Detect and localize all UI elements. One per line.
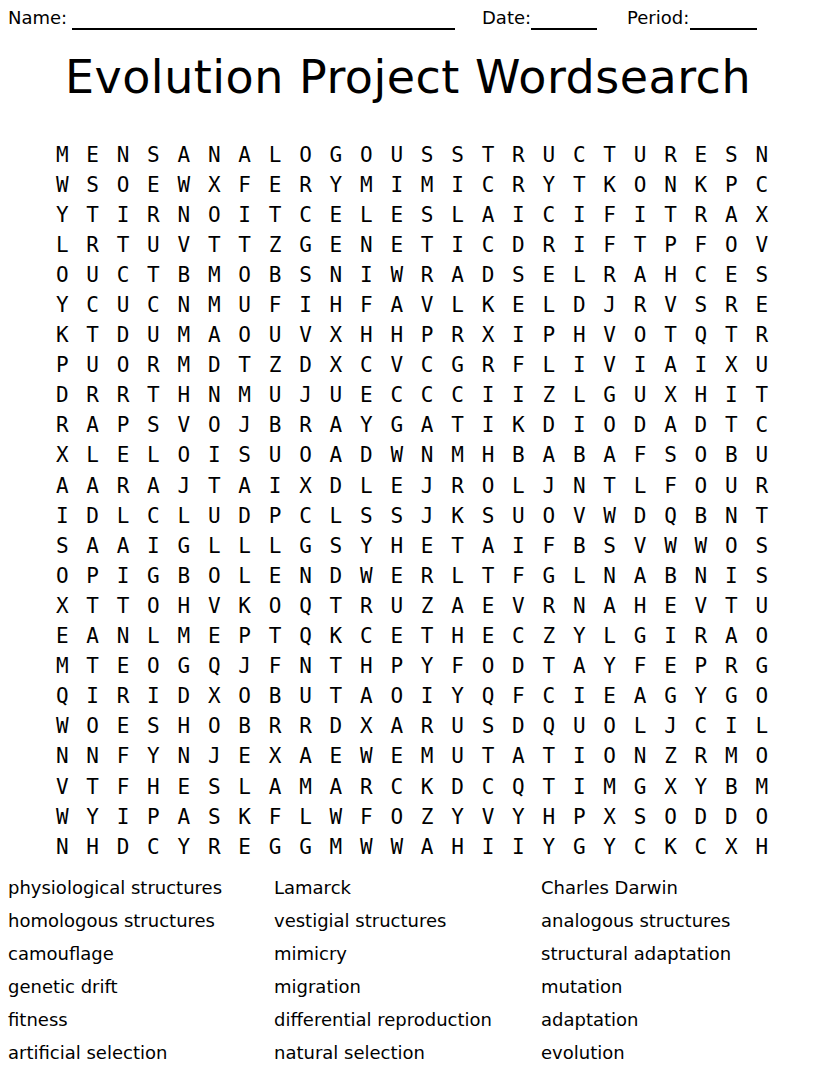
grid-cell-r13c3[interactable]: L <box>108 501 138 531</box>
grid-cell-r15c4[interactable]: G <box>138 561 168 591</box>
grid-cell-r12c7[interactable]: A <box>229 471 259 501</box>
grid-cell-r17c4[interactable]: L <box>138 622 168 652</box>
grid-cell-r13c22[interactable]: B <box>686 501 716 531</box>
grid-cell-r14c9[interactable]: G <box>290 531 320 561</box>
grid-cell-r23c1[interactable]: W <box>47 802 77 832</box>
grid-cell-r14c16[interactable]: I <box>503 531 533 561</box>
grid-cell-r5c5[interactable]: B <box>169 260 199 290</box>
grid-cell-r15c21[interactable]: B <box>655 561 685 591</box>
grid-cell-r3c21[interactable]: T <box>655 200 685 230</box>
grid-cell-r1c21[interactable]: R <box>655 140 685 170</box>
grid-cell-r10c4[interactable]: S <box>138 411 168 441</box>
grid-cell-r17c17[interactable]: Z <box>534 622 564 652</box>
grid-cell-r5c9[interactable]: S <box>290 260 320 290</box>
grid-cell-r16c6[interactable]: V <box>199 591 229 621</box>
grid-cell-r11c14[interactable]: M <box>442 441 472 471</box>
grid-cell-r12c21[interactable]: F <box>655 471 685 501</box>
grid-cell-r10c17[interactable]: D <box>534 411 564 441</box>
grid-cell-r5c6[interactable]: M <box>199 260 229 290</box>
grid-cell-r24c18[interactable]: G <box>564 832 594 862</box>
grid-cell-r11c9[interactable]: O <box>290 441 320 471</box>
grid-cell-r20c15[interactable]: S <box>473 712 503 742</box>
grid-cell-r24c16[interactable]: I <box>503 832 533 862</box>
grid-cell-r15c18[interactable]: L <box>564 561 594 591</box>
grid-cell-r9c13[interactable]: C <box>412 381 442 411</box>
grid-cell-r3c3[interactable]: I <box>108 200 138 230</box>
grid-cell-r18c6[interactable]: Q <box>199 652 229 682</box>
grid-cell-r20c1[interactable]: W <box>47 712 77 742</box>
grid-cell-r9c21[interactable]: X <box>655 381 685 411</box>
grid-cell-r11c7[interactable]: S <box>229 441 259 471</box>
grid-cell-r17c10[interactable]: K <box>321 622 351 652</box>
grid-cell-r6c3[interactable]: U <box>108 290 138 320</box>
grid-cell-r20c19[interactable]: O <box>594 712 624 742</box>
grid-cell-r17c13[interactable]: T <box>412 622 442 652</box>
grid-cell-r3c14[interactable]: L <box>442 200 472 230</box>
grid-cell-r21c17[interactable]: T <box>534 742 564 772</box>
grid-cell-r24c12[interactable]: W <box>382 832 412 862</box>
grid-cell-r19c24[interactable]: O <box>747 682 777 712</box>
grid-cell-r24c23[interactable]: X <box>716 832 746 862</box>
grid-cell-r7c2[interactable]: T <box>77 321 107 351</box>
grid-cell-r17c1[interactable]: E <box>47 622 77 652</box>
grid-cell-r20c2[interactable]: O <box>77 712 107 742</box>
grid-cell-r4c20[interactable]: T <box>625 230 655 260</box>
grid-cell-r6c2[interactable]: C <box>77 290 107 320</box>
grid-cell-r1c8[interactable]: L <box>260 140 290 170</box>
grid-cell-r12c19[interactable]: T <box>594 471 624 501</box>
grid-cell-r16c24[interactable]: U <box>747 591 777 621</box>
grid-cell-r20c9[interactable]: R <box>290 712 320 742</box>
grid-cell-r24c15[interactable]: I <box>473 832 503 862</box>
grid-cell-r15c17[interactable]: G <box>534 561 564 591</box>
grid-cell-r2c10[interactable]: Y <box>321 170 351 200</box>
grid-cell-r18c20[interactable]: F <box>625 652 655 682</box>
grid-cell-r15c3[interactable]: I <box>108 561 138 591</box>
grid-cell-r22c15[interactable]: C <box>473 772 503 802</box>
grid-cell-r6c23[interactable]: R <box>716 290 746 320</box>
grid-cell-r19c16[interactable]: F <box>503 682 533 712</box>
grid-cell-r3c20[interactable]: I <box>625 200 655 230</box>
grid-cell-r4c17[interactable]: R <box>534 230 564 260</box>
grid-cell-r18c3[interactable]: E <box>108 652 138 682</box>
grid-cell-r13c14[interactable]: K <box>442 501 472 531</box>
grid-cell-r13c20[interactable]: D <box>625 501 655 531</box>
grid-cell-r10c21[interactable]: A <box>655 411 685 441</box>
grid-cell-r24c8[interactable]: G <box>260 832 290 862</box>
grid-cell-r10c11[interactable]: Y <box>351 411 381 441</box>
grid-cell-r15c23[interactable]: I <box>716 561 746 591</box>
grid-cell-r20c20[interactable]: L <box>625 712 655 742</box>
grid-cell-r5c15[interactable]: D <box>473 260 503 290</box>
grid-cell-r6c1[interactable]: Y <box>47 290 77 320</box>
grid-cell-r8c9[interactable]: D <box>290 351 320 381</box>
grid-cell-r1c24[interactable]: N <box>747 140 777 170</box>
grid-cell-r24c21[interactable]: K <box>655 832 685 862</box>
grid-cell-r12c16[interactable]: L <box>503 471 533 501</box>
grid-cell-r9c24[interactable]: T <box>747 381 777 411</box>
grid-cell-r16c14[interactable]: A <box>442 591 472 621</box>
grid-cell-r17c15[interactable]: E <box>473 622 503 652</box>
grid-cell-r16c11[interactable]: R <box>351 591 381 621</box>
grid-cell-r21c3[interactable]: F <box>108 742 138 772</box>
grid-cell-r5c10[interactable]: N <box>321 260 351 290</box>
grid-cell-r11c24[interactable]: U <box>747 441 777 471</box>
grid-cell-r8c10[interactable]: X <box>321 351 351 381</box>
grid-cell-r6c14[interactable]: L <box>442 290 472 320</box>
grid-cell-r10c15[interactable]: I <box>473 411 503 441</box>
grid-cell-r16c19[interactable]: A <box>594 591 624 621</box>
grid-cell-r18c8[interactable]: F <box>260 652 290 682</box>
grid-cell-r2c16[interactable]: R <box>503 170 533 200</box>
grid-cell-r7c13[interactable]: P <box>412 321 442 351</box>
grid-cell-r5c21[interactable]: H <box>655 260 685 290</box>
grid-cell-r8c22[interactable]: I <box>686 351 716 381</box>
grid-cell-r23c2[interactable]: Y <box>77 802 107 832</box>
grid-cell-r10c9[interactable]: R <box>290 411 320 441</box>
grid-cell-r17c18[interactable]: Y <box>564 622 594 652</box>
grid-cell-r8c15[interactable]: R <box>473 351 503 381</box>
grid-cell-r4c19[interactable]: F <box>594 230 624 260</box>
grid-cell-r9c6[interactable]: N <box>199 381 229 411</box>
grid-cell-r7c14[interactable]: R <box>442 321 472 351</box>
grid-cell-r10c8[interactable]: B <box>260 411 290 441</box>
grid-cell-r16c8[interactable]: O <box>260 591 290 621</box>
grid-cell-r6c18[interactable]: D <box>564 290 594 320</box>
grid-cell-r18c4[interactable]: O <box>138 652 168 682</box>
grid-cell-r21c14[interactable]: U <box>442 742 472 772</box>
grid-cell-r21c24[interactable]: O <box>747 742 777 772</box>
grid-cell-r4c24[interactable]: V <box>747 230 777 260</box>
grid-cell-r17c19[interactable]: L <box>594 622 624 652</box>
grid-cell-r13c11[interactable]: S <box>351 501 381 531</box>
grid-cell-r21c16[interactable]: A <box>503 742 533 772</box>
grid-cell-r18c5[interactable]: G <box>169 652 199 682</box>
grid-cell-r21c19[interactable]: O <box>594 742 624 772</box>
grid-cell-r22c18[interactable]: I <box>564 772 594 802</box>
grid-cell-r15c1[interactable]: O <box>47 561 77 591</box>
grid-cell-r14c8[interactable]: L <box>260 531 290 561</box>
grid-cell-r5c20[interactable]: A <box>625 260 655 290</box>
grid-cell-r9c18[interactable]: L <box>564 381 594 411</box>
grid-cell-r14c22[interactable]: W <box>686 531 716 561</box>
grid-cell-r7c6[interactable]: A <box>199 321 229 351</box>
grid-cell-r20c6[interactable]: O <box>199 712 229 742</box>
grid-cell-r12c10[interactable]: D <box>321 471 351 501</box>
grid-cell-r20c4[interactable]: S <box>138 712 168 742</box>
grid-cell-r3c22[interactable]: R <box>686 200 716 230</box>
grid-cell-r12c20[interactable]: L <box>625 471 655 501</box>
grid-cell-r12c23[interactable]: U <box>716 471 746 501</box>
grid-cell-r23c7[interactable]: K <box>229 802 259 832</box>
grid-cell-r24c4[interactable]: C <box>138 832 168 862</box>
grid-cell-r14c23[interactable]: O <box>716 531 746 561</box>
grid-cell-r17c24[interactable]: O <box>747 622 777 652</box>
grid-cell-r11c23[interactable]: B <box>716 441 746 471</box>
grid-cell-r20c8[interactable]: R <box>260 712 290 742</box>
grid-cell-r22c24[interactable]: M <box>747 772 777 802</box>
grid-cell-r16c17[interactable]: R <box>534 591 564 621</box>
grid-cell-r19c4[interactable]: I <box>138 682 168 712</box>
grid-cell-r3c19[interactable]: F <box>594 200 624 230</box>
grid-cell-r24c20[interactable]: C <box>625 832 655 862</box>
grid-cell-r13c17[interactable]: O <box>534 501 564 531</box>
grid-cell-r22c5[interactable]: E <box>169 772 199 802</box>
grid-cell-r17c5[interactable]: M <box>169 622 199 652</box>
grid-cell-r1c23[interactable]: S <box>716 140 746 170</box>
grid-cell-r22c2[interactable]: T <box>77 772 107 802</box>
grid-cell-r12c6[interactable]: T <box>199 471 229 501</box>
grid-cell-r10c5[interactable]: V <box>169 411 199 441</box>
grid-cell-r21c5[interactable]: N <box>169 742 199 772</box>
grid-cell-r2c5[interactable]: W <box>169 170 199 200</box>
grid-cell-r16c1[interactable]: X <box>47 591 77 621</box>
grid-cell-r17c9[interactable]: Q <box>290 622 320 652</box>
grid-cell-r5c24[interactable]: S <box>747 260 777 290</box>
grid-cell-r9c23[interactable]: I <box>716 381 746 411</box>
grid-cell-r20c23[interactable]: I <box>716 712 746 742</box>
grid-cell-r10c14[interactable]: T <box>442 411 472 441</box>
grid-cell-r10c12[interactable]: G <box>382 411 412 441</box>
grid-cell-r9c19[interactable]: G <box>594 381 624 411</box>
grid-cell-r19c9[interactable]: U <box>290 682 320 712</box>
grid-cell-r21c6[interactable]: J <box>199 742 229 772</box>
grid-cell-r22c21[interactable]: X <box>655 772 685 802</box>
grid-cell-r18c16[interactable]: D <box>503 652 533 682</box>
grid-cell-r4c3[interactable]: T <box>108 230 138 260</box>
grid-cell-r14c19[interactable]: S <box>594 531 624 561</box>
grid-cell-r21c13[interactable]: M <box>412 742 442 772</box>
grid-cell-r23c4[interactable]: P <box>138 802 168 832</box>
grid-cell-r2c11[interactable]: M <box>351 170 381 200</box>
grid-cell-r7c11[interactable]: H <box>351 321 381 351</box>
grid-cell-r20c10[interactable]: D <box>321 712 351 742</box>
grid-cell-r2c6[interactable]: X <box>199 170 229 200</box>
grid-cell-r23c15[interactable]: V <box>473 802 503 832</box>
grid-cell-r24c3[interactable]: D <box>108 832 138 862</box>
grid-cell-r20c16[interactable]: D <box>503 712 533 742</box>
grid-cell-r18c13[interactable]: Y <box>412 652 442 682</box>
grid-cell-r23c23[interactable]: D <box>716 802 746 832</box>
grid-cell-r19c5[interactable]: D <box>169 682 199 712</box>
grid-cell-r1c1[interactable]: M <box>47 140 77 170</box>
grid-cell-r10c20[interactable]: D <box>625 411 655 441</box>
grid-cell-r5c18[interactable]: L <box>564 260 594 290</box>
grid-cell-r11c19[interactable]: A <box>594 441 624 471</box>
grid-cell-r5c1[interactable]: O <box>47 260 77 290</box>
grid-cell-r16c9[interactable]: Q <box>290 591 320 621</box>
grid-cell-r5c11[interactable]: I <box>351 260 381 290</box>
grid-cell-r23c12[interactable]: O <box>382 802 412 832</box>
grid-cell-r3c9[interactable]: C <box>290 200 320 230</box>
grid-cell-r20c14[interactable]: U <box>442 712 472 742</box>
grid-cell-r2c2[interactable]: S <box>77 170 107 200</box>
grid-cell-r8c7[interactable]: T <box>229 351 259 381</box>
grid-cell-r23c9[interactable]: L <box>290 802 320 832</box>
grid-cell-r1c9[interactable]: O <box>290 140 320 170</box>
grid-cell-r3c6[interactable]: O <box>199 200 229 230</box>
grid-cell-r15c2[interactable]: P <box>77 561 107 591</box>
grid-cell-r22c10[interactable]: A <box>321 772 351 802</box>
grid-cell-r12c13[interactable]: J <box>412 471 442 501</box>
grid-cell-r19c22[interactable]: Y <box>686 682 716 712</box>
grid-cell-r24c1[interactable]: N <box>47 832 77 862</box>
grid-cell-r11c8[interactable]: U <box>260 441 290 471</box>
grid-cell-r9c17[interactable]: Z <box>534 381 564 411</box>
grid-cell-r2c19[interactable]: K <box>594 170 624 200</box>
grid-cell-r14c5[interactable]: G <box>169 531 199 561</box>
grid-cell-r1c10[interactable]: G <box>321 140 351 170</box>
grid-cell-r4c16[interactable]: D <box>503 230 533 260</box>
grid-cell-r15c6[interactable]: O <box>199 561 229 591</box>
grid-cell-r5c14[interactable]: A <box>442 260 472 290</box>
grid-cell-r13c9[interactable]: C <box>290 501 320 531</box>
grid-cell-r15c10[interactable]: D <box>321 561 351 591</box>
grid-cell-r5c16[interactable]: S <box>503 260 533 290</box>
grid-cell-r14c17[interactable]: F <box>534 531 564 561</box>
grid-cell-r6c8[interactable]: F <box>260 290 290 320</box>
grid-cell-r5c7[interactable]: O <box>229 260 259 290</box>
grid-cell-r21c7[interactable]: E <box>229 742 259 772</box>
grid-cell-r10c1[interactable]: R <box>47 411 77 441</box>
grid-cell-r22c12[interactable]: C <box>382 772 412 802</box>
grid-cell-r11c11[interactable]: D <box>351 441 381 471</box>
grid-cell-r9c3[interactable]: R <box>108 381 138 411</box>
grid-cell-r9c7[interactable]: M <box>229 381 259 411</box>
grid-cell-r17c20[interactable]: G <box>625 622 655 652</box>
grid-cell-r18c9[interactable]: N <box>290 652 320 682</box>
grid-cell-r10c22[interactable]: D <box>686 411 716 441</box>
grid-cell-r2c24[interactable]: C <box>747 170 777 200</box>
grid-cell-r3c10[interactable]: E <box>321 200 351 230</box>
grid-cell-r17c7[interactable]: P <box>229 622 259 652</box>
grid-cell-r9c14[interactable]: C <box>442 381 472 411</box>
grid-cell-r8c3[interactable]: O <box>108 351 138 381</box>
grid-cell-r7c8[interactable]: U <box>260 321 290 351</box>
grid-cell-r6c24[interactable]: E <box>747 290 777 320</box>
grid-cell-r24c2[interactable]: H <box>77 832 107 862</box>
grid-cell-r2c13[interactable]: M <box>412 170 442 200</box>
grid-cell-r11c20[interactable]: F <box>625 441 655 471</box>
grid-cell-r1c11[interactable]: O <box>351 140 381 170</box>
grid-cell-r6c19[interactable]: J <box>594 290 624 320</box>
grid-cell-r12c12[interactable]: E <box>382 471 412 501</box>
grid-cell-r9c2[interactable]: R <box>77 381 107 411</box>
grid-cell-r17c8[interactable]: T <box>260 622 290 652</box>
grid-cell-r4c11[interactable]: N <box>351 230 381 260</box>
grid-cell-r8c24[interactable]: U <box>747 351 777 381</box>
grid-cell-r23c22[interactable]: D <box>686 802 716 832</box>
grid-cell-r10c13[interactable]: A <box>412 411 442 441</box>
grid-cell-r14c10[interactable]: S <box>321 531 351 561</box>
grid-cell-r1c19[interactable]: T <box>594 140 624 170</box>
grid-cell-r8c12[interactable]: V <box>382 351 412 381</box>
grid-cell-r13c24[interactable]: T <box>747 501 777 531</box>
grid-cell-r7c5[interactable]: M <box>169 321 199 351</box>
grid-cell-r20c7[interactable]: B <box>229 712 259 742</box>
grid-cell-r20c5[interactable]: H <box>169 712 199 742</box>
grid-cell-r10c3[interactable]: P <box>108 411 138 441</box>
grid-cell-r1c18[interactable]: C <box>564 140 594 170</box>
grid-cell-r12c22[interactable]: O <box>686 471 716 501</box>
grid-cell-r11c16[interactable]: B <box>503 441 533 471</box>
grid-cell-r11c5[interactable]: O <box>169 441 199 471</box>
grid-cell-r1c3[interactable]: N <box>108 140 138 170</box>
grid-cell-r17c23[interactable]: A <box>716 622 746 652</box>
grid-cell-r24c11[interactable]: W <box>351 832 381 862</box>
grid-cell-r19c1[interactable]: Q <box>47 682 77 712</box>
grid-cell-r13c21[interactable]: Q <box>655 501 685 531</box>
grid-cell-r6c22[interactable]: S <box>686 290 716 320</box>
grid-cell-r16c3[interactable]: T <box>108 591 138 621</box>
grid-cell-r15c15[interactable]: T <box>473 561 503 591</box>
grid-cell-r2c14[interactable]: I <box>442 170 472 200</box>
grid-cell-r8c21[interactable]: A <box>655 351 685 381</box>
grid-cell-r23c21[interactable]: O <box>655 802 685 832</box>
grid-cell-r8c20[interactable]: I <box>625 351 655 381</box>
grid-cell-r22c1[interactable]: V <box>47 772 77 802</box>
grid-cell-r2c15[interactable]: C <box>473 170 503 200</box>
grid-cell-r18c12[interactable]: P <box>382 652 412 682</box>
grid-cell-r9c20[interactable]: U <box>625 381 655 411</box>
grid-cell-r13c2[interactable]: D <box>77 501 107 531</box>
grid-cell-r24c14[interactable]: H <box>442 832 472 862</box>
grid-cell-r3c15[interactable]: A <box>473 200 503 230</box>
grid-cell-r5c3[interactable]: C <box>108 260 138 290</box>
grid-cell-r5c13[interactable]: R <box>412 260 442 290</box>
grid-cell-r14c18[interactable]: B <box>564 531 594 561</box>
grid-cell-r21c21[interactable]: Z <box>655 742 685 772</box>
grid-cell-r8c17[interactable]: L <box>534 351 564 381</box>
grid-cell-r16c18[interactable]: N <box>564 591 594 621</box>
grid-cell-r10c16[interactable]: K <box>503 411 533 441</box>
grid-cell-r24c5[interactable]: Y <box>169 832 199 862</box>
grid-cell-r4c18[interactable]: I <box>564 230 594 260</box>
grid-cell-r21c4[interactable]: Y <box>138 742 168 772</box>
grid-cell-r1c4[interactable]: S <box>138 140 168 170</box>
grid-cell-r15c16[interactable]: F <box>503 561 533 591</box>
grid-cell-r2c4[interactable]: E <box>138 170 168 200</box>
grid-cell-r3c24[interactable]: X <box>747 200 777 230</box>
grid-cell-r13c4[interactable]: C <box>138 501 168 531</box>
grid-cell-r22c4[interactable]: H <box>138 772 168 802</box>
grid-cell-r24c7[interactable]: E <box>229 832 259 862</box>
grid-cell-r4c13[interactable]: T <box>412 230 442 260</box>
grid-cell-r3c1[interactable]: Y <box>47 200 77 230</box>
grid-cell-r11c3[interactable]: E <box>108 441 138 471</box>
grid-cell-r4c7[interactable]: T <box>229 230 259 260</box>
grid-cell-r2c9[interactable]: R <box>290 170 320 200</box>
grid-cell-r22c6[interactable]: S <box>199 772 229 802</box>
grid-cell-r16c7[interactable]: K <box>229 591 259 621</box>
grid-cell-r4c15[interactable]: C <box>473 230 503 260</box>
grid-cell-r16c16[interactable]: V <box>503 591 533 621</box>
grid-cell-r6c4[interactable]: C <box>138 290 168 320</box>
grid-cell-r1c12[interactable]: U <box>382 140 412 170</box>
grid-cell-r19c14[interactable]: Y <box>442 682 472 712</box>
grid-cell-r4c6[interactable]: T <box>199 230 229 260</box>
grid-cell-r15c24[interactable]: S <box>747 561 777 591</box>
grid-cell-r2c18[interactable]: T <box>564 170 594 200</box>
grid-cell-r20c3[interactable]: E <box>108 712 138 742</box>
grid-cell-r7c19[interactable]: V <box>594 321 624 351</box>
grid-cell-r23c13[interactable]: Z <box>412 802 442 832</box>
grid-cell-r20c17[interactable]: Q <box>534 712 564 742</box>
grid-cell-r13c23[interactable]: N <box>716 501 746 531</box>
grid-cell-r7c23[interactable]: T <box>716 321 746 351</box>
grid-cell-r6c15[interactable]: K <box>473 290 503 320</box>
grid-cell-r4c8[interactable]: Z <box>260 230 290 260</box>
